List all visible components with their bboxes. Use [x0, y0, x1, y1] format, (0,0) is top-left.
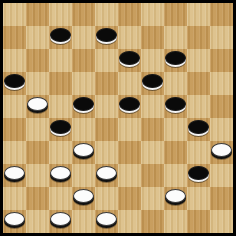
square-33[interactable] [118, 141, 141, 164]
square-41[interactable] [26, 187, 49, 210]
square-39[interactable] [141, 164, 164, 187]
square-light-r10c10 [210, 210, 233, 233]
square-29[interactable] [141, 118, 164, 141]
square-light-r7c7 [141, 141, 164, 164]
white-man[interactable] [27, 97, 48, 111]
square-light-r2c10 [210, 26, 233, 49]
square-light-r10c4 [72, 210, 95, 233]
square-light-r3c3 [49, 49, 72, 72]
square-light-r6c4 [72, 118, 95, 141]
square-50[interactable] [187, 210, 210, 233]
square-light-r4c8 [164, 72, 187, 95]
square-light-r6c2 [26, 118, 49, 141]
square-light-r4c10 [210, 72, 233, 95]
square-20[interactable] [187, 72, 210, 95]
square-light-r6c6 [118, 118, 141, 141]
square-light-r8c10 [210, 164, 233, 187]
square-8[interactable] [95, 26, 118, 49]
square-light-r3c1 [3, 49, 26, 72]
square-light-r9c5 [95, 187, 118, 210]
square-4[interactable] [164, 3, 187, 26]
square-light-r2c6 [118, 26, 141, 49]
square-light-r7c1 [3, 141, 26, 164]
square-light-r10c2 [26, 210, 49, 233]
black-man[interactable] [165, 51, 186, 65]
black-man[interactable] [4, 74, 25, 88]
square-25[interactable] [210, 95, 233, 118]
square-light-r1c9 [187, 3, 210, 26]
square-light-r1c7 [141, 3, 164, 26]
square-48[interactable] [95, 210, 118, 233]
square-light-r5c1 [3, 95, 26, 118]
square-light-r4c4 [72, 72, 95, 95]
white-man[interactable] [165, 189, 186, 203]
square-light-r3c7 [141, 49, 164, 72]
square-9[interactable] [141, 26, 164, 49]
square-3[interactable] [118, 3, 141, 26]
white-man[interactable] [4, 212, 25, 226]
square-2[interactable] [72, 3, 95, 26]
square-36[interactable] [3, 164, 26, 187]
square-light-r8c2 [26, 164, 49, 187]
square-27[interactable] [49, 118, 72, 141]
square-light-r8c6 [118, 164, 141, 187]
square-34[interactable] [164, 141, 187, 164]
square-light-r9c3 [49, 187, 72, 210]
square-10[interactable] [187, 26, 210, 49]
square-light-r6c10 [210, 118, 233, 141]
white-man[interactable] [96, 212, 117, 226]
square-31[interactable] [26, 141, 49, 164]
square-47[interactable] [49, 210, 72, 233]
square-19[interactable] [141, 72, 164, 95]
square-light-r9c9 [187, 187, 210, 210]
square-37[interactable] [49, 164, 72, 187]
white-man[interactable] [96, 166, 117, 180]
square-light-r1c1 [3, 3, 26, 26]
square-light-r10c8 [164, 210, 187, 233]
square-light-r2c8 [164, 26, 187, 49]
square-light-r5c7 [141, 95, 164, 118]
square-light-r6c8 [164, 118, 187, 141]
square-light-r7c9 [187, 141, 210, 164]
square-light-r10c6 [118, 210, 141, 233]
black-man[interactable] [50, 120, 71, 134]
square-40[interactable] [187, 164, 210, 187]
square-5[interactable] [210, 3, 233, 26]
square-light-r5c5 [95, 95, 118, 118]
white-man[interactable] [73, 143, 94, 157]
black-man[interactable] [188, 120, 209, 134]
square-46[interactable] [3, 210, 26, 233]
square-21[interactable] [26, 95, 49, 118]
square-6[interactable] [3, 26, 26, 49]
square-light-r3c5 [95, 49, 118, 72]
square-35[interactable] [210, 141, 233, 164]
square-45[interactable] [210, 187, 233, 210]
square-light-r1c5 [95, 3, 118, 26]
square-11[interactable] [26, 49, 49, 72]
square-light-r3c9 [187, 49, 210, 72]
square-light-r8c8 [164, 164, 187, 187]
square-light-r5c9 [187, 95, 210, 118]
square-24[interactable] [164, 95, 187, 118]
square-38[interactable] [95, 164, 118, 187]
square-light-r7c5 [95, 141, 118, 164]
square-light-r5c3 [49, 95, 72, 118]
square-49[interactable] [141, 210, 164, 233]
black-man[interactable] [50, 28, 71, 42]
square-light-r4c6 [118, 72, 141, 95]
black-man[interactable] [188, 166, 209, 180]
square-28[interactable] [95, 118, 118, 141]
square-12[interactable] [72, 49, 95, 72]
black-man[interactable] [96, 28, 117, 42]
white-man[interactable] [4, 166, 25, 180]
square-17[interactable] [49, 72, 72, 95]
square-30[interactable] [187, 118, 210, 141]
square-1[interactable] [26, 3, 49, 26]
square-light-r1c3 [49, 3, 72, 26]
square-13[interactable] [118, 49, 141, 72]
white-man[interactable] [73, 189, 94, 203]
square-42[interactable] [72, 187, 95, 210]
square-23[interactable] [118, 95, 141, 118]
white-man[interactable] [50, 212, 71, 226]
square-light-r9c1 [3, 187, 26, 210]
square-22[interactable] [72, 95, 95, 118]
square-light-r9c7 [141, 187, 164, 210]
board [3, 3, 233, 233]
black-man[interactable] [119, 51, 140, 65]
square-43[interactable] [118, 187, 141, 210]
white-man[interactable] [211, 143, 232, 157]
white-man[interactable] [50, 166, 71, 180]
draughts-board-screenshot [0, 0, 236, 236]
square-32[interactable] [72, 141, 95, 164]
square-light-r8c4 [72, 164, 95, 187]
black-man[interactable] [73, 97, 94, 111]
square-26[interactable] [3, 118, 26, 141]
square-7[interactable] [49, 26, 72, 49]
square-light-r2c2 [26, 26, 49, 49]
square-light-r2c4 [72, 26, 95, 49]
square-light-r4c2 [26, 72, 49, 95]
black-man[interactable] [165, 97, 186, 111]
square-14[interactable] [164, 49, 187, 72]
square-15[interactable] [210, 49, 233, 72]
square-light-r7c3 [49, 141, 72, 164]
black-man[interactable] [142, 74, 163, 88]
black-man[interactable] [119, 97, 140, 111]
square-16[interactable] [3, 72, 26, 95]
square-18[interactable] [95, 72, 118, 95]
square-44[interactable] [164, 187, 187, 210]
